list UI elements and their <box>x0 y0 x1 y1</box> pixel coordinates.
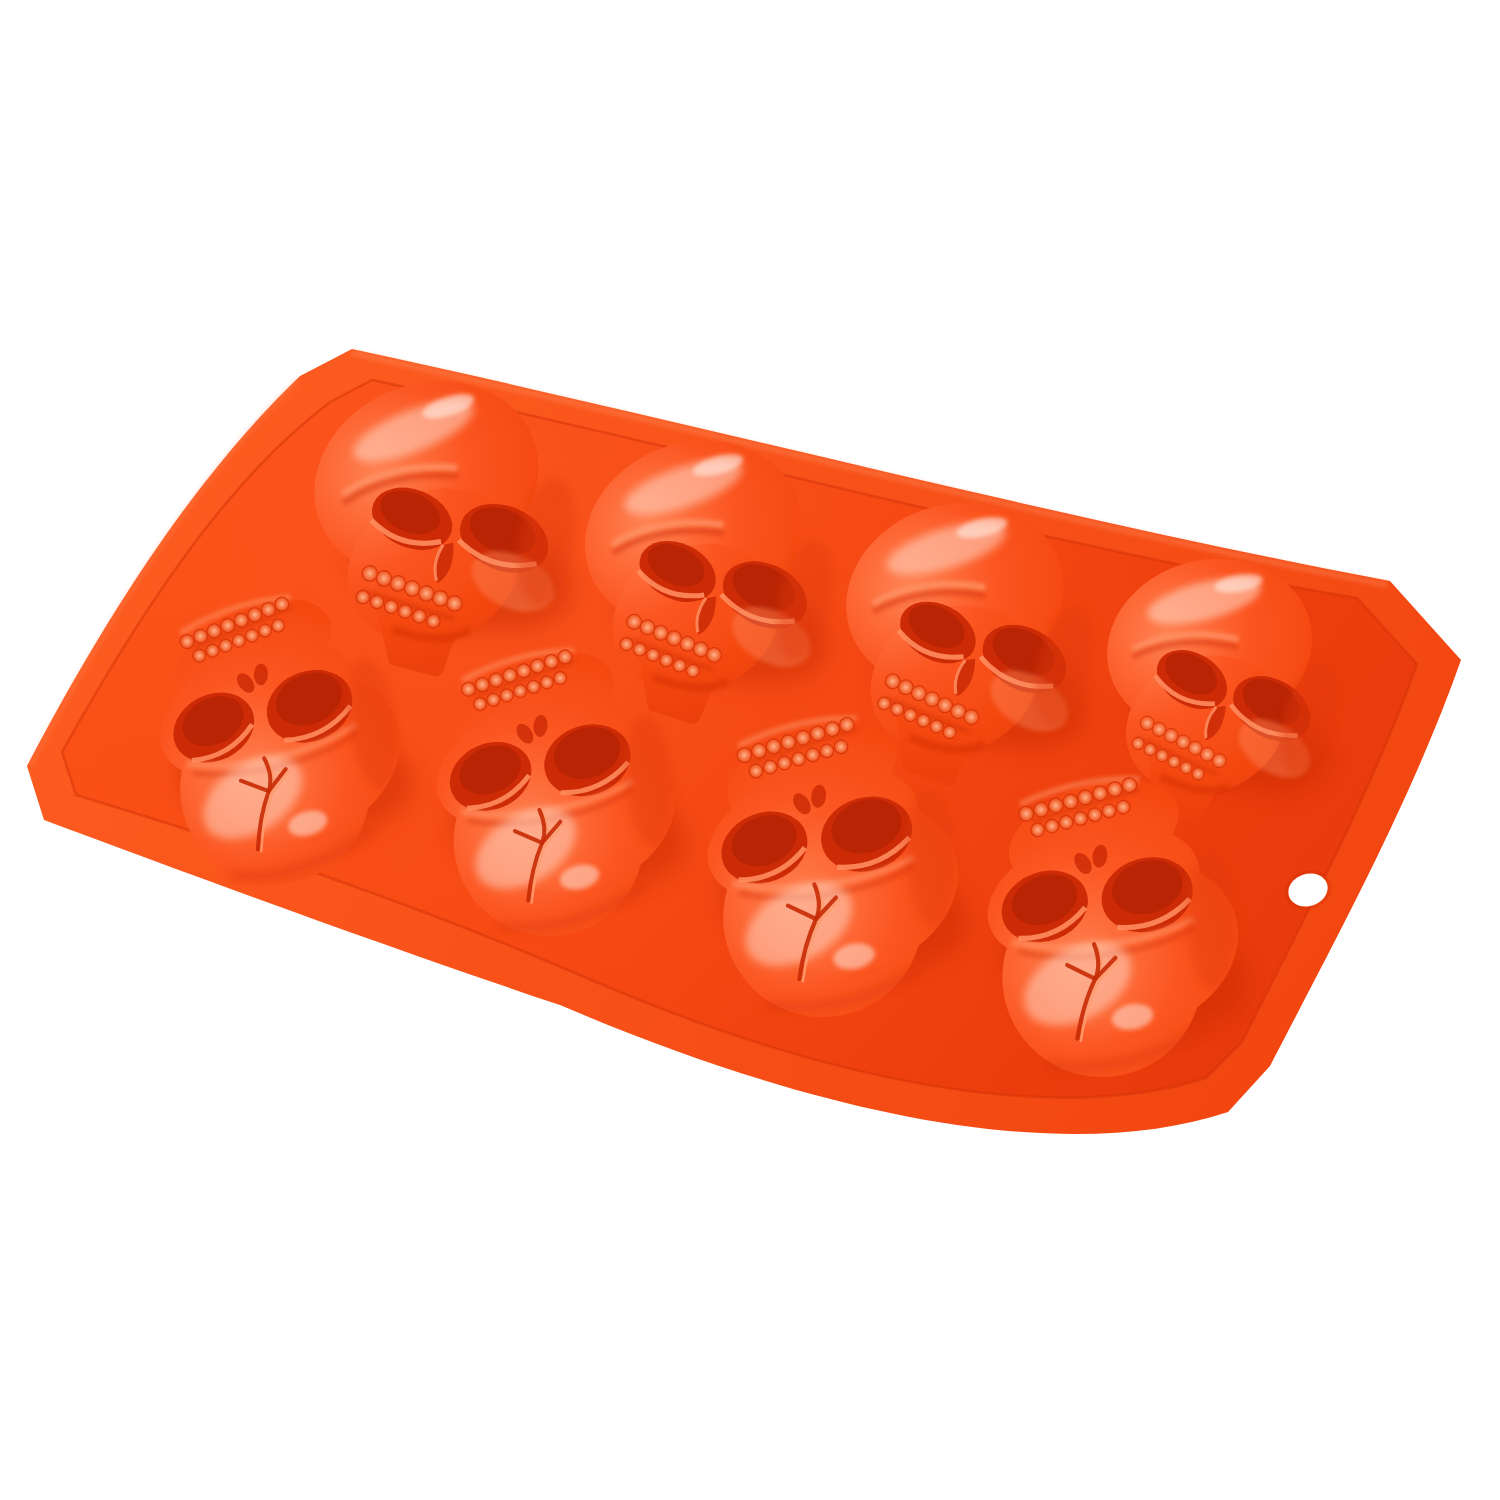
product-photo <box>0 0 1500 1500</box>
product-photo-canvas <box>0 0 1500 1500</box>
